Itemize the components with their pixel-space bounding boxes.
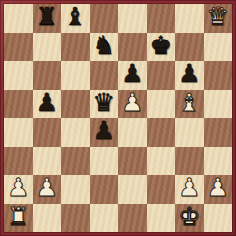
square-f8[interactable] xyxy=(147,4,176,33)
square-g7[interactable] xyxy=(175,33,204,62)
square-g6[interactable]: ♟ xyxy=(175,61,204,90)
square-f2[interactable] xyxy=(147,175,176,204)
square-h5[interactable] xyxy=(204,90,233,119)
white-pawn-a2[interactable]: ♟ xyxy=(7,174,29,203)
square-g5[interactable]: ♝ xyxy=(175,90,204,119)
square-f3[interactable] xyxy=(147,147,176,176)
square-h2[interactable]: ♟ xyxy=(204,175,233,204)
board-frame: ♜♝♛♞♚♟♟♟♛♟♝♟♟♟♟♟♜♚ xyxy=(0,0,236,236)
square-d4[interactable]: ♟ xyxy=(90,118,119,147)
white-bishop-g5[interactable]: ♝ xyxy=(178,89,200,118)
white-pawn-e5[interactable]: ♟ xyxy=(121,89,143,118)
square-d2[interactable] xyxy=(90,175,119,204)
square-b3[interactable] xyxy=(33,147,62,176)
square-c5[interactable] xyxy=(61,90,90,119)
black-knight-d7[interactable]: ♞ xyxy=(93,32,115,61)
square-h4[interactable] xyxy=(204,118,233,147)
square-a5[interactable] xyxy=(4,90,33,119)
black-king-f7[interactable]: ♚ xyxy=(150,32,172,61)
square-f1[interactable] xyxy=(147,204,176,233)
square-c3[interactable] xyxy=(61,147,90,176)
square-e7[interactable] xyxy=(118,33,147,62)
square-d3[interactable] xyxy=(90,147,119,176)
square-h3[interactable] xyxy=(204,147,233,176)
square-a8[interactable] xyxy=(4,4,33,33)
black-pawn-g6[interactable]: ♟ xyxy=(178,60,200,89)
square-b2[interactable]: ♟ xyxy=(33,175,62,204)
square-e6[interactable]: ♟ xyxy=(118,61,147,90)
square-f5[interactable] xyxy=(147,90,176,119)
square-g8[interactable] xyxy=(175,4,204,33)
square-b1[interactable] xyxy=(33,204,62,233)
square-g3[interactable] xyxy=(175,147,204,176)
square-h6[interactable] xyxy=(204,61,233,90)
black-pawn-d4[interactable]: ♟ xyxy=(93,117,115,146)
square-d7[interactable]: ♞ xyxy=(90,33,119,62)
square-b8[interactable]: ♜ xyxy=(33,4,62,33)
black-queen-d5[interactable]: ♛ xyxy=(93,89,115,118)
square-g2[interactable]: ♟ xyxy=(175,175,204,204)
black-pawn-b5[interactable]: ♟ xyxy=(36,89,58,118)
square-c7[interactable] xyxy=(61,33,90,62)
square-h8[interactable]: ♛ xyxy=(204,4,233,33)
square-g1[interactable]: ♚ xyxy=(175,204,204,233)
square-e3[interactable] xyxy=(118,147,147,176)
square-e1[interactable] xyxy=(118,204,147,233)
square-c2[interactable] xyxy=(61,175,90,204)
square-b6[interactable] xyxy=(33,61,62,90)
square-a7[interactable] xyxy=(4,33,33,62)
square-c6[interactable] xyxy=(61,61,90,90)
square-e4[interactable] xyxy=(118,118,147,147)
black-pawn-e6[interactable]: ♟ xyxy=(121,60,143,89)
white-king-g1[interactable]: ♚ xyxy=(178,203,200,232)
square-h1[interactable] xyxy=(204,204,233,233)
square-a1[interactable]: ♜ xyxy=(4,204,33,233)
white-pawn-h2[interactable]: ♟ xyxy=(207,174,229,203)
square-a3[interactable] xyxy=(4,147,33,176)
chess-board: ♜♝♛♞♚♟♟♟♛♟♝♟♟♟♟♟♜♚ xyxy=(4,4,232,232)
square-b7[interactable] xyxy=(33,33,62,62)
square-b4[interactable] xyxy=(33,118,62,147)
square-c4[interactable] xyxy=(61,118,90,147)
square-c1[interactable] xyxy=(61,204,90,233)
square-f6[interactable] xyxy=(147,61,176,90)
white-pawn-g2[interactable]: ♟ xyxy=(178,174,200,203)
square-f4[interactable] xyxy=(147,118,176,147)
white-rook-a1[interactable]: ♜ xyxy=(7,203,29,232)
square-e8[interactable] xyxy=(118,4,147,33)
square-a2[interactable]: ♟ xyxy=(4,175,33,204)
square-e2[interactable] xyxy=(118,175,147,204)
square-f7[interactable]: ♚ xyxy=(147,33,176,62)
square-b5[interactable]: ♟ xyxy=(33,90,62,119)
square-d8[interactable] xyxy=(90,4,119,33)
square-d5[interactable]: ♛ xyxy=(90,90,119,119)
square-a6[interactable] xyxy=(4,61,33,90)
square-c8[interactable]: ♝ xyxy=(61,4,90,33)
white-queen-h8[interactable]: ♛ xyxy=(207,3,229,32)
white-pawn-b2[interactable]: ♟ xyxy=(36,174,58,203)
square-e5[interactable]: ♟ xyxy=(118,90,147,119)
square-a4[interactable] xyxy=(4,118,33,147)
black-bishop-c8[interactable]: ♝ xyxy=(64,3,86,32)
square-d1[interactable] xyxy=(90,204,119,233)
square-g4[interactable] xyxy=(175,118,204,147)
black-rook-b8[interactable]: ♜ xyxy=(36,3,58,32)
square-h7[interactable] xyxy=(204,33,233,62)
square-d6[interactable] xyxy=(90,61,119,90)
